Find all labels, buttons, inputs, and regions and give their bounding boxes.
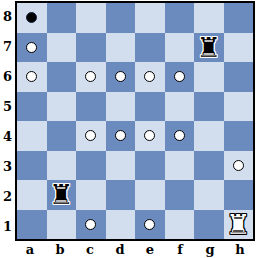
square-f2[interactable] xyxy=(165,180,195,210)
square-d8[interactable] xyxy=(106,3,136,33)
square-b5[interactable] xyxy=(47,92,77,122)
square-d5[interactable] xyxy=(106,92,136,122)
black-rook: ♜ xyxy=(49,181,73,208)
square-h2[interactable] xyxy=(224,180,254,210)
rank-label-5: 5 xyxy=(0,91,15,121)
square-g1[interactable] xyxy=(194,210,224,240)
square-g3[interactable] xyxy=(194,151,224,181)
file-label-a: a xyxy=(15,240,45,258)
file-label-g: g xyxy=(195,240,225,258)
square-f5[interactable] xyxy=(165,92,195,122)
square-h5[interactable] xyxy=(224,92,254,122)
square-f3[interactable] xyxy=(165,151,195,181)
black-rook: ♜ xyxy=(197,34,221,61)
white-dot-marker xyxy=(85,219,96,230)
rank-labels: 87654321 xyxy=(0,1,15,241)
square-d7[interactable] xyxy=(106,33,136,63)
square-c6[interactable] xyxy=(76,62,106,92)
square-f6[interactable] xyxy=(165,62,195,92)
square-e8[interactable] xyxy=(135,3,165,33)
square-e4[interactable] xyxy=(135,121,165,151)
white-rook: ♜ xyxy=(226,211,250,238)
square-g6[interactable] xyxy=(194,62,224,92)
square-e1[interactable] xyxy=(135,210,165,240)
rank-label-2: 2 xyxy=(0,181,15,211)
square-h7[interactable] xyxy=(224,33,254,63)
square-a5[interactable] xyxy=(17,92,47,122)
square-f7[interactable] xyxy=(165,33,195,63)
square-c5[interactable] xyxy=(76,92,106,122)
chess-board: ♜♜♜ xyxy=(15,1,255,241)
square-d2[interactable] xyxy=(106,180,136,210)
square-a1[interactable] xyxy=(17,210,47,240)
square-e2[interactable] xyxy=(135,180,165,210)
square-d6[interactable] xyxy=(106,62,136,92)
square-g5[interactable] xyxy=(194,92,224,122)
square-b8[interactable] xyxy=(47,3,77,33)
square-f1[interactable] xyxy=(165,210,195,240)
rank-label-1: 1 xyxy=(0,211,15,241)
chess-diagram: 87654321 ♜♜♜ abcdefgh xyxy=(0,0,256,258)
black-dot-marker xyxy=(26,12,37,23)
white-dot-marker xyxy=(115,130,126,141)
square-b7[interactable] xyxy=(47,33,77,63)
square-c2[interactable] xyxy=(76,180,106,210)
rank-label-7: 7 xyxy=(0,31,15,61)
white-dot-marker xyxy=(115,71,126,82)
square-h3[interactable] xyxy=(224,151,254,181)
square-a3[interactable] xyxy=(17,151,47,181)
square-f8[interactable] xyxy=(165,3,195,33)
rank-label-3: 3 xyxy=(0,151,15,181)
white-dot-marker xyxy=(85,130,96,141)
square-d1[interactable] xyxy=(106,210,136,240)
square-d4[interactable] xyxy=(106,121,136,151)
square-g2[interactable] xyxy=(194,180,224,210)
white-dot-marker xyxy=(233,160,244,171)
square-e3[interactable] xyxy=(135,151,165,181)
file-label-d: d xyxy=(105,240,135,258)
square-c4[interactable] xyxy=(76,121,106,151)
white-dot-marker xyxy=(26,71,37,82)
square-h8[interactable] xyxy=(224,3,254,33)
rank-label-4: 4 xyxy=(0,121,15,151)
file-label-e: e xyxy=(135,240,165,258)
square-c8[interactable] xyxy=(76,3,106,33)
square-e7[interactable] xyxy=(135,33,165,63)
white-dot-marker xyxy=(144,71,155,82)
square-c3[interactable] xyxy=(76,151,106,181)
square-a7[interactable] xyxy=(17,33,47,63)
square-a2[interactable] xyxy=(17,180,47,210)
square-h1[interactable]: ♜ xyxy=(224,210,254,240)
square-h4[interactable] xyxy=(224,121,254,151)
file-label-c: c xyxy=(75,240,105,258)
square-b2[interactable]: ♜ xyxy=(47,180,77,210)
square-a4[interactable] xyxy=(17,121,47,151)
square-e6[interactable] xyxy=(135,62,165,92)
square-a8[interactable] xyxy=(17,3,47,33)
square-h6[interactable] xyxy=(224,62,254,92)
square-a6[interactable] xyxy=(17,62,47,92)
square-e5[interactable] xyxy=(135,92,165,122)
rank-label-6: 6 xyxy=(0,61,15,91)
square-g7[interactable]: ♜ xyxy=(194,33,224,63)
square-c1[interactable] xyxy=(76,210,106,240)
file-label-h: h xyxy=(225,240,255,258)
square-b1[interactable] xyxy=(47,210,77,240)
square-b3[interactable] xyxy=(47,151,77,181)
square-b4[interactable] xyxy=(47,121,77,151)
square-g4[interactable] xyxy=(194,121,224,151)
square-b6[interactable] xyxy=(47,62,77,92)
white-dot-marker xyxy=(144,219,155,230)
white-dot-marker xyxy=(144,130,155,141)
file-labels: abcdefgh xyxy=(15,240,255,258)
square-c7[interactable] xyxy=(76,33,106,63)
white-dot-marker xyxy=(85,71,96,82)
white-dot-marker xyxy=(174,71,185,82)
white-dot-marker xyxy=(26,42,37,53)
square-f4[interactable] xyxy=(165,121,195,151)
white-dot-marker xyxy=(174,130,185,141)
square-g8[interactable] xyxy=(194,3,224,33)
file-label-b: b xyxy=(45,240,75,258)
rank-label-8: 8 xyxy=(0,1,15,31)
file-label-f: f xyxy=(165,240,195,258)
square-d3[interactable] xyxy=(106,151,136,181)
